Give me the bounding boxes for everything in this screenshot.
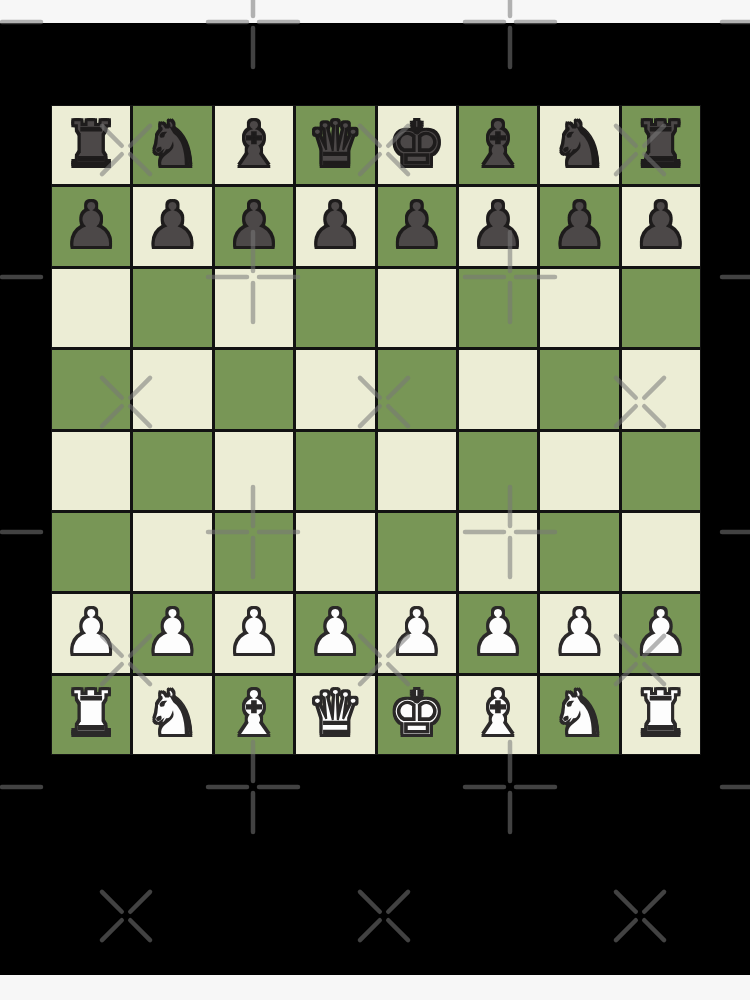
white-pawn: ♟ — [470, 601, 526, 664]
black-pawn: ♟ — [388, 194, 444, 257]
black-pawn: ♟ — [470, 194, 526, 257]
crop-mark-x — [616, 892, 664, 940]
square-f4[interactable] — [459, 432, 537, 510]
crop-mark-plus — [465, 742, 555, 832]
square-e6[interactable] — [378, 269, 456, 347]
square-e3[interactable] — [378, 513, 456, 591]
chess-board: ♜♞♝♛♚♝♞♜♟♟♟♟♟♟♟♟♟♟♟♟♟♟♟♟♜♞♝♛♚♝♞♜ — [51, 105, 701, 755]
square-d6[interactable] — [296, 269, 374, 347]
square-b5[interactable] — [133, 350, 211, 428]
white-pawn: ♟ — [633, 601, 689, 664]
square-a2[interactable]: ♟ — [52, 594, 130, 672]
square-f5[interactable] — [459, 350, 537, 428]
square-e1[interactable]: ♚ — [378, 676, 456, 754]
square-d1[interactable]: ♛ — [296, 676, 374, 754]
white-knight: ♞ — [144, 682, 200, 745]
square-b8[interactable]: ♞ — [133, 106, 211, 184]
square-b6[interactable] — [133, 269, 211, 347]
black-bishop: ♝ — [470, 113, 526, 176]
square-h6[interactable] — [622, 269, 700, 347]
square-f3[interactable] — [459, 513, 537, 591]
white-king: ♚ — [388, 682, 444, 745]
black-knight: ♞ — [144, 113, 200, 176]
square-e4[interactable] — [378, 432, 456, 510]
crop-mark-x — [360, 892, 408, 940]
square-a3[interactable] — [52, 513, 130, 591]
square-c2[interactable]: ♟ — [215, 594, 293, 672]
crop-mark-plus — [0, 232, 41, 322]
square-e5[interactable] — [378, 350, 456, 428]
black-bishop: ♝ — [226, 113, 282, 176]
black-queen: ♛ — [307, 113, 363, 176]
crop-mark-plus — [208, 742, 298, 832]
square-h4[interactable] — [622, 432, 700, 510]
square-f2[interactable]: ♟ — [459, 594, 537, 672]
square-f6[interactable] — [459, 269, 537, 347]
white-pawn: ♟ — [388, 601, 444, 664]
crop-mark-plus — [722, 232, 750, 322]
square-h1[interactable]: ♜ — [622, 676, 700, 754]
crop-mark-x — [102, 892, 150, 940]
square-e7[interactable]: ♟ — [378, 187, 456, 265]
square-a1[interactable]: ♜ — [52, 676, 130, 754]
white-pawn: ♟ — [307, 601, 363, 664]
square-c5[interactable] — [215, 350, 293, 428]
top-white-strip — [0, 0, 750, 23]
square-f1[interactable]: ♝ — [459, 676, 537, 754]
square-d8[interactable]: ♛ — [296, 106, 374, 184]
square-g1[interactable]: ♞ — [540, 676, 618, 754]
square-a8[interactable]: ♜ — [52, 106, 130, 184]
square-d4[interactable] — [296, 432, 374, 510]
black-pawn: ♟ — [307, 194, 363, 257]
square-b1[interactable]: ♞ — [133, 676, 211, 754]
square-d2[interactable]: ♟ — [296, 594, 374, 672]
square-h7[interactable]: ♟ — [622, 187, 700, 265]
square-g7[interactable]: ♟ — [540, 187, 618, 265]
square-g6[interactable] — [540, 269, 618, 347]
black-pawn: ♟ — [551, 194, 607, 257]
white-pawn: ♟ — [226, 601, 282, 664]
square-h3[interactable] — [622, 513, 700, 591]
white-knight: ♞ — [551, 682, 607, 745]
square-b7[interactable]: ♟ — [133, 187, 211, 265]
bottom-white-strip — [0, 975, 750, 1000]
white-pawn: ♟ — [144, 601, 200, 664]
square-e2[interactable]: ♟ — [378, 594, 456, 672]
poster-canvas: ♜♞♝♛♚♝♞♜♟♟♟♟♟♟♟♟♟♟♟♟♟♟♟♟♜♞♝♛♚♝♞♜ — [0, 0, 750, 1000]
square-d5[interactable] — [296, 350, 374, 428]
square-c8[interactable]: ♝ — [215, 106, 293, 184]
black-pawn: ♟ — [226, 194, 282, 257]
white-queen: ♛ — [307, 682, 363, 745]
white-bishop: ♝ — [226, 682, 282, 745]
square-h8[interactable]: ♜ — [622, 106, 700, 184]
square-a5[interactable] — [52, 350, 130, 428]
white-pawn: ♟ — [551, 601, 607, 664]
square-g2[interactable]: ♟ — [540, 594, 618, 672]
white-pawn: ♟ — [63, 601, 119, 664]
square-c1[interactable]: ♝ — [215, 676, 293, 754]
square-f7[interactable]: ♟ — [459, 187, 537, 265]
square-g4[interactable] — [540, 432, 618, 510]
black-pawn: ♟ — [633, 194, 689, 257]
white-rook: ♜ — [633, 682, 689, 745]
square-b4[interactable] — [133, 432, 211, 510]
square-e8[interactable]: ♚ — [378, 106, 456, 184]
square-d7[interactable]: ♟ — [296, 187, 374, 265]
black-pawn: ♟ — [144, 194, 200, 257]
crop-mark-plus — [0, 487, 41, 577]
square-f8[interactable]: ♝ — [459, 106, 537, 184]
square-c6[interactable] — [215, 269, 293, 347]
square-g3[interactable] — [540, 513, 618, 591]
square-d3[interactable] — [296, 513, 374, 591]
white-bishop: ♝ — [470, 682, 526, 745]
square-a7[interactable]: ♟ — [52, 187, 130, 265]
square-g8[interactable]: ♞ — [540, 106, 618, 184]
crop-mark-plus — [722, 742, 750, 832]
square-h2[interactable]: ♟ — [622, 594, 700, 672]
black-knight: ♞ — [551, 113, 607, 176]
black-rook: ♜ — [633, 113, 689, 176]
square-a6[interactable] — [52, 269, 130, 347]
square-c7[interactable]: ♟ — [215, 187, 293, 265]
black-king: ♚ — [388, 113, 444, 176]
black-pawn: ♟ — [63, 194, 119, 257]
white-rook: ♜ — [63, 682, 119, 745]
square-b2[interactable]: ♟ — [133, 594, 211, 672]
square-a4[interactable] — [52, 432, 130, 510]
square-h5[interactable] — [622, 350, 700, 428]
black-rook: ♜ — [63, 113, 119, 176]
crop-mark-plus — [722, 487, 750, 577]
crop-mark-plus — [0, 742, 41, 832]
square-c3[interactable] — [215, 513, 293, 591]
square-g5[interactable] — [540, 350, 618, 428]
square-c4[interactable] — [215, 432, 293, 510]
square-b3[interactable] — [133, 513, 211, 591]
